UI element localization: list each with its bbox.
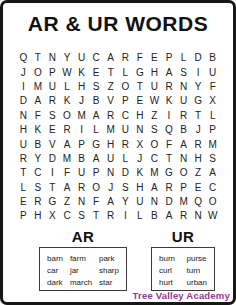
grid-cell[interactable]: U xyxy=(136,197,143,207)
grid-cell[interactable]: I xyxy=(80,125,83,135)
grid-cell[interactable]: H xyxy=(136,183,143,193)
grid-cell[interactable]: P xyxy=(166,53,173,63)
grid-cell[interactable]: Y xyxy=(35,154,42,164)
grid-cell[interactable]: P xyxy=(93,168,100,178)
grid-cell[interactable]: Z xyxy=(64,197,70,207)
grid-cell[interactable]: L xyxy=(137,211,143,221)
puzzle-title: AR & UR WORDS xyxy=(3,12,233,36)
grid-cell[interactable]: R xyxy=(49,96,56,106)
grid-cell[interactable]: W xyxy=(62,68,71,78)
grid-cell[interactable]: P xyxy=(209,125,216,135)
grid-cell[interactable]: X xyxy=(137,140,144,150)
grid-cell[interactable]: R xyxy=(63,125,70,135)
grid-cell[interactable]: L xyxy=(122,68,128,78)
grid-cell[interactable]: X xyxy=(49,211,56,221)
grid-cell[interactable]: E xyxy=(137,96,144,106)
grid-cell[interactable]: O xyxy=(34,68,42,78)
grid-cell[interactable]: K xyxy=(166,96,173,106)
grid-cell[interactable]: Q xyxy=(194,197,202,207)
grid-cell[interactable]: E xyxy=(93,68,100,78)
grid-cell[interactable]: G xyxy=(92,140,100,150)
word-list-item: barn xyxy=(47,253,63,265)
grid-cell[interactable]: L xyxy=(210,111,216,121)
grid-cell[interactable]: N xyxy=(151,197,158,207)
grid-cell[interactable]: T xyxy=(20,168,26,178)
grid-cell[interactable]: Y xyxy=(122,197,129,207)
grid-cell[interactable]: D xyxy=(122,168,129,178)
word-list-item: farm xyxy=(70,253,92,265)
grid-cell[interactable]: C xyxy=(63,211,70,221)
grid-cell[interactable]: J xyxy=(21,68,26,78)
grid-cell[interactable]: F xyxy=(93,197,99,207)
grid-cell[interactable]: N xyxy=(180,154,187,164)
grid-cell[interactable]: O xyxy=(92,183,100,193)
grid-cell[interactable]: I xyxy=(168,111,171,121)
grid-cell[interactable]: T xyxy=(166,154,172,164)
word-list-heading-ar: AR xyxy=(39,229,127,244)
grid-cell[interactable]: M xyxy=(34,82,42,92)
grid-cell[interactable]: A xyxy=(209,168,216,178)
grid-cell[interactable]: D xyxy=(195,53,202,63)
word-list-item: march xyxy=(70,277,92,289)
word-list-item: car xyxy=(47,265,63,277)
grid-cell[interactable]: M xyxy=(107,125,115,135)
grid-cell[interactable]: P xyxy=(122,96,129,106)
grid-cell[interactable]: T xyxy=(35,53,41,63)
grid-cell[interactable]: W xyxy=(150,96,159,106)
grid-cell[interactable]: S xyxy=(122,183,129,193)
grid-cell[interactable]: R xyxy=(20,154,27,164)
grid-cell[interactable]: P xyxy=(180,183,187,193)
grid-cell[interactable]: E xyxy=(151,53,158,63)
grid-cell[interactable]: U xyxy=(151,82,158,92)
grid-cell[interactable]: B xyxy=(151,211,158,221)
grid-cell[interactable]: M xyxy=(77,111,85,121)
grid-cell[interactable]: R xyxy=(165,82,172,92)
word-column: burncurlhurt xyxy=(159,253,175,285)
grid-cell[interactable]: M xyxy=(179,197,187,207)
grid-cell[interactable]: R xyxy=(122,53,129,63)
grid-cell[interactable]: Z xyxy=(195,168,201,178)
grid-cell[interactable]: R xyxy=(180,111,187,121)
grid-cell[interactable]: G xyxy=(136,68,144,78)
grid-cell[interactable]: D xyxy=(20,96,27,106)
grid-cell[interactable]: E xyxy=(20,197,27,207)
grid-cell[interactable]: M xyxy=(63,154,71,164)
grid-cell[interactable]: I xyxy=(197,68,200,78)
grid-cell[interactable]: E xyxy=(195,183,202,193)
word-list-item: turn xyxy=(187,265,207,277)
word-list-item: curl xyxy=(159,265,175,277)
grid-cell[interactable]: S xyxy=(49,111,56,121)
grid-cell[interactable]: W xyxy=(208,211,217,221)
word-lists: AR barncardarkfarmjarmarchparksharpstar … xyxy=(3,229,233,291)
grid-cell[interactable]: K xyxy=(137,168,144,178)
word-column: purseturnurban xyxy=(187,253,207,285)
word-column: farmjarmarch xyxy=(70,253,92,285)
grid-cell[interactable]: B xyxy=(35,140,42,150)
grid-cell[interactable]: A xyxy=(107,197,114,207)
grid-cell[interactable]: U xyxy=(107,154,114,164)
grid-cell[interactable]: N xyxy=(136,125,143,135)
grid-cell[interactable]: A xyxy=(93,154,100,164)
word-list-item: star xyxy=(99,277,119,289)
grid-cell[interactable]: N xyxy=(20,111,27,121)
word-list-item: purse xyxy=(187,253,207,265)
grid-cell[interactable]: X xyxy=(209,96,216,106)
grid-cell[interactable]: B xyxy=(93,96,100,106)
grid-cell[interactable]: E xyxy=(49,125,56,135)
grid-cell[interactable]: U xyxy=(20,140,27,150)
grid-cell[interactable]: D xyxy=(165,197,172,207)
grid-cell[interactable]: B xyxy=(78,154,85,164)
grid-cell[interactable]: S xyxy=(151,125,158,135)
grid-cell[interactable]: G xyxy=(165,168,173,178)
grid-cell[interactable]: M xyxy=(150,168,158,178)
grid-cell[interactable]: A xyxy=(180,140,187,150)
grid-cell[interactable]: S xyxy=(180,68,187,78)
grid-cell[interactable]: U xyxy=(122,125,129,135)
word-column: barncardark xyxy=(47,253,63,285)
word-list-item: sharp xyxy=(99,265,119,277)
grid-cell[interactable]: I xyxy=(51,168,54,178)
grid-cell[interactable]: N xyxy=(49,53,56,63)
grid-cell[interactable]: R xyxy=(78,183,85,193)
grid-cell[interactable]: V xyxy=(49,140,56,150)
grid-cell[interactable]: H xyxy=(78,82,85,92)
grid-cell[interactable]: F xyxy=(64,168,70,178)
grid-cell[interactable]: Q xyxy=(19,53,27,63)
grid-cell[interactable]: A xyxy=(107,53,114,63)
grid-cell[interactable]: G xyxy=(194,96,202,106)
grid-cell[interactable]: H xyxy=(151,68,158,78)
word-list-ur: UR burncurlhurtpurseturnurban xyxy=(151,229,215,291)
grid-cell[interactable]: L xyxy=(93,125,99,135)
word-list-item: hurt xyxy=(159,277,175,289)
grid-cell[interactable]: T xyxy=(195,111,201,121)
grid-cell[interactable]: L xyxy=(21,183,27,193)
grid-cell[interactable]: C xyxy=(34,168,41,178)
grid-cell[interactable]: K xyxy=(78,68,85,78)
grid-cell[interactable]: J xyxy=(79,96,84,106)
grid-cell[interactable]: S xyxy=(209,154,216,164)
grid-cell[interactable]: A xyxy=(166,68,173,78)
grid-cell[interactable]: R xyxy=(122,140,129,150)
grid-cell[interactable]: K xyxy=(64,96,71,106)
grid-cell[interactable]: J xyxy=(108,183,113,193)
grid-cell[interactable]: O xyxy=(63,111,71,121)
grid-cell[interactable]: U xyxy=(49,82,56,92)
grid-cell[interactable]: K xyxy=(35,125,42,135)
grid-cell[interactable]: F xyxy=(35,111,41,121)
grid-cell[interactable]: F xyxy=(166,140,172,150)
grid-cell[interactable]: M xyxy=(209,140,217,150)
grid-cell[interactable]: V xyxy=(107,96,114,106)
word-list-heading-ur: UR xyxy=(151,229,215,244)
grid-cell[interactable]: N xyxy=(107,168,114,178)
word-list-item: jar xyxy=(70,265,92,277)
word-list-item: urban xyxy=(187,277,207,289)
grid-cell[interactable]: R xyxy=(34,197,41,207)
grid-cell[interactable]: O xyxy=(180,168,188,178)
word-list-item: park xyxy=(99,253,119,265)
grid-cell[interactable]: Y xyxy=(195,82,202,92)
grid-cell[interactable]: C xyxy=(209,183,216,193)
grid-cell[interactable]: A xyxy=(64,140,71,150)
grid-cell[interactable]: I xyxy=(124,211,127,221)
grid-cell[interactable]: H xyxy=(34,211,41,221)
grid-cell[interactable]: A xyxy=(64,183,71,193)
grid-cell[interactable]: U xyxy=(78,53,85,63)
grid-cell[interactable]: H xyxy=(136,111,143,121)
grid-cell[interactable]: C xyxy=(93,53,100,63)
word-column: parksharpstar xyxy=(99,253,119,285)
grid-cell[interactable]: R xyxy=(180,211,187,221)
grid-cell[interactable]: H xyxy=(20,125,27,135)
grid-cell[interactable]: Q xyxy=(165,125,173,135)
grid-cell[interactable]: Z xyxy=(108,82,114,92)
grid-cell[interactable]: Z xyxy=(151,111,157,121)
grid-cell[interactable]: I xyxy=(22,82,25,92)
grid-cell[interactable]: L xyxy=(122,154,128,164)
grid-cell[interactable]: J xyxy=(137,154,142,164)
grid-cell[interactable]: R xyxy=(107,211,114,221)
grid-cell[interactable]: T xyxy=(108,68,114,78)
grid-cell[interactable]: S xyxy=(78,211,85,221)
grid-cell[interactable]: H xyxy=(195,154,202,164)
grid-cell[interactable]: P xyxy=(78,140,85,150)
grid-cell[interactable]: F xyxy=(137,53,143,63)
grid-cell[interactable]: O xyxy=(151,140,159,150)
word-list-ar: AR barncardarkfarmjarmarchparksharpstar xyxy=(39,229,127,291)
grid-cell[interactable]: Y xyxy=(64,53,71,63)
grid-cell[interactable]: R xyxy=(165,183,172,193)
grid-cell[interactable]: N xyxy=(78,197,85,207)
letter-grid: QTNYUCARFEPLDBJOPWKETLGHASIUIMULHSZOTURN… xyxy=(16,51,220,224)
grid-cell[interactable]: A xyxy=(166,211,173,221)
word-list-item: dark xyxy=(47,277,63,289)
grid-cell[interactable]: B xyxy=(180,125,187,135)
grid-cell[interactable]: A xyxy=(151,183,158,193)
grid-cell[interactable]: O xyxy=(209,197,217,207)
grid-cell[interactable]: S xyxy=(35,183,42,193)
grid-cell[interactable]: R xyxy=(195,140,202,150)
grid-cell[interactable]: T xyxy=(137,82,143,92)
grid-cell[interactable]: L xyxy=(64,82,70,92)
grid-cell[interactable]: H xyxy=(107,140,114,150)
grid-cell[interactable]: O xyxy=(121,82,129,92)
grid-cell[interactable]: J xyxy=(196,125,201,135)
grid-cell[interactable]: A xyxy=(93,111,100,121)
grid-cell[interactable]: N xyxy=(180,82,187,92)
grid-cell[interactable]: F xyxy=(210,82,216,92)
grid-cell[interactable]: C xyxy=(151,154,158,164)
grid-cell[interactable]: U xyxy=(78,168,85,178)
grid-cell[interactable]: D xyxy=(49,154,56,164)
grid-cell[interactable]: B xyxy=(209,53,216,63)
word-list-box-ar: barncardarkfarmjarmarchparksharpstar xyxy=(39,247,127,291)
grid-cell[interactable]: G xyxy=(49,197,57,207)
grid-cell[interactable]: T xyxy=(49,183,55,193)
grid-cell[interactable]: A xyxy=(35,96,42,106)
worksheet: AR & UR WORDS QTNYUCARFEPLDBJOPWKETLGHAS… xyxy=(0,0,236,305)
word-list-box-ur: burncurlhurtpurseturnurban xyxy=(151,247,215,291)
grid-cell[interactable]: P xyxy=(49,68,56,78)
grid-cell[interactable]: U xyxy=(180,96,187,106)
grid-cell[interactable]: C xyxy=(122,111,129,121)
word-list-item: burn xyxy=(159,253,175,265)
grid-cell[interactable]: R xyxy=(107,111,114,121)
grid-cell[interactable]: S xyxy=(93,82,100,92)
grid-cell[interactable]: L xyxy=(181,53,187,63)
grid-cell[interactable]: N xyxy=(195,211,202,221)
credit: Tree Valley Academy xyxy=(133,290,230,301)
grid-cell[interactable]: T xyxy=(93,211,99,221)
grid-cell[interactable]: P xyxy=(20,211,27,221)
grid-cell[interactable]: U xyxy=(209,68,216,78)
